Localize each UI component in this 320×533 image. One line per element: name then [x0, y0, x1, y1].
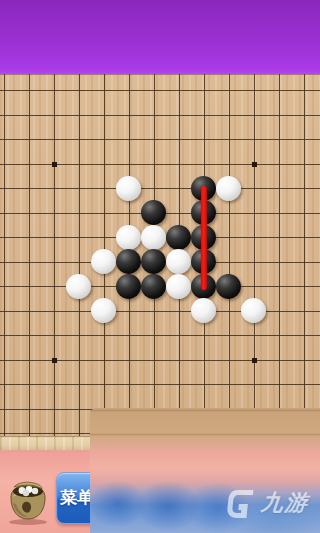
- black-stone: [141, 249, 166, 274]
- grid-hline: [0, 360, 320, 361]
- grid-hline: [0, 90, 320, 91]
- white-stone: [166, 274, 191, 299]
- stone-bowl-icon: [5, 477, 51, 525]
- white-stone: [216, 176, 241, 201]
- grid-hline: [0, 164, 320, 165]
- white-stone: [91, 249, 116, 274]
- white-stone: [116, 225, 141, 250]
- grid-vline: [279, 74, 280, 436]
- black-stone: [141, 200, 166, 225]
- white-stone: [66, 274, 91, 299]
- blur-gridline-smudge: [90, 433, 320, 436]
- grid-hline: [0, 139, 320, 140]
- star-point: [252, 162, 257, 167]
- app-screen: 菜单 九游: [0, 0, 320, 533]
- grid-vline: [79, 74, 80, 436]
- white-stone: [141, 225, 166, 250]
- grid-vline: [254, 74, 255, 436]
- star-point: [52, 358, 57, 363]
- nine-game-g-icon: [222, 484, 260, 522]
- black-stone: [166, 225, 191, 250]
- win-line: [201, 186, 207, 290]
- grid-hline: [0, 115, 320, 116]
- grid-vline: [229, 74, 230, 436]
- star-point: [252, 358, 257, 363]
- grid-hline: [0, 188, 320, 189]
- watermark-text: 九游: [259, 488, 310, 518]
- grid-hline: [0, 335, 320, 336]
- grid-hline: [0, 311, 320, 312]
- black-stone: [216, 274, 241, 299]
- white-stone: [91, 298, 116, 323]
- grid-vline: [304, 74, 305, 436]
- grid-vline: [29, 74, 30, 436]
- menu-button-label: 菜单: [60, 487, 94, 508]
- grid-hline: [0, 384, 320, 385]
- black-stone: [141, 274, 166, 299]
- blur-gridline-smudge: [90, 409, 320, 412]
- watermark-logo: 九游: [222, 484, 311, 522]
- gomoku-board[interactable]: [0, 74, 320, 436]
- grid-vline: [4, 74, 5, 436]
- white-stone: [241, 298, 266, 323]
- white-stone: [191, 298, 216, 323]
- white-stone: [166, 249, 191, 274]
- black-stone: [116, 249, 141, 274]
- star-point: [52, 162, 57, 167]
- top-banner: [0, 0, 320, 74]
- white-stone: [116, 176, 141, 201]
- black-stone: [116, 274, 141, 299]
- grid-vline: [54, 74, 55, 436]
